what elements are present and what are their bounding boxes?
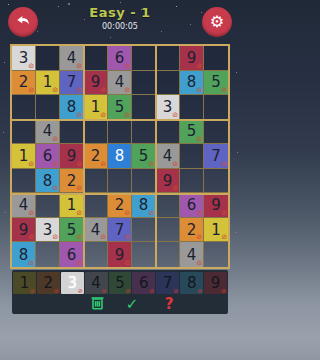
cell-digit: 7 [211,147,221,165]
cell-r9c2[interactable] [36,242,60,267]
cell-r4c1[interactable] [12,120,36,145]
numpad-1[interactable]: 1⊘ [13,272,36,294]
hint-button[interactable]: ? [162,296,176,312]
cell-r1c9[interactable] [204,46,228,71]
cell-r5c5[interactable]: 8 [108,144,132,169]
box-divider-vertical-1 [83,46,85,267]
cell-r4c7[interactable] [156,120,180,145]
cell-digit: 5 [139,147,149,165]
cell-r4c2[interactable]: 4⊘ [36,120,60,145]
cell-r6c1[interactable] [12,169,36,194]
numpad-count-icon: ⊘ [197,288,202,294]
cell-digit: 3 [19,49,29,67]
numpad-digit: 6 [139,274,149,292]
cell-digit: 6 [67,246,77,264]
cell-digit: 9 [211,196,221,214]
cell-r9c8[interactable]: 4⊘ [180,242,204,267]
cell-r2c6[interactable] [132,71,156,96]
numpad-count-icon: ⊘ [78,288,83,294]
cell-r1c8[interactable]: 9⊘ [180,46,204,71]
cell-r9c9[interactable] [204,242,228,267]
given-lock-icon: ⊘ [100,234,106,241]
numpad-6[interactable]: 6⊘ [132,272,155,294]
cell-digit: 7 [115,221,125,239]
cell-digit: 9 [91,73,101,91]
cell-r9c1[interactable]: 8⊘ [12,242,36,267]
cell-digit: 3 [163,98,173,116]
sudoku-grid: 3⊘4⊘6⊘9⊘2⊘1⊘7⊘9⊘4⊘8⊘5⊘8⊘1⊘5⊘3⊘4⊘5⊘1⊘6⊘9⊘… [12,46,228,267]
given-lock-icon: ⊘ [76,210,82,217]
cell-r3c7[interactable]: 3⊘ [156,95,180,120]
cell-r3c6[interactable] [132,95,156,120]
given-lock-icon: ⊘ [196,63,202,70]
given-lock-icon: ⊘ [221,161,227,168]
cell-r7c2[interactable] [36,193,60,218]
given-lock-icon: ⊘ [52,87,58,94]
cell-digit: 4 [187,246,197,264]
given-lock-icon: ⊘ [172,185,178,192]
given-lock-icon: ⊘ [196,260,202,267]
cell-digit: 9 [163,172,173,190]
cell-r4c9[interactable] [204,120,228,145]
given-lock-icon: ⊘ [221,87,227,94]
cell-r8c9[interactable]: 1⊘ [204,218,228,243]
given-lock-icon: ⊘ [148,210,154,217]
gear-icon: ⚙ [210,14,224,30]
cell-digit: 6 [43,147,53,165]
check-icon: ✓ [126,295,139,313]
box-divider-horizontal-2 [12,193,228,195]
cell-r6c6[interactable] [132,169,156,194]
given-lock-icon: ⊘ [28,161,34,168]
star [3,132,4,133]
cell-digit: 8 [67,98,77,116]
cell-r5c9[interactable]: 7⊘ [204,144,228,169]
cell-r2c5[interactable]: 4⊘ [108,71,132,96]
given-lock-icon: ⊘ [196,87,202,94]
cell-digit: 2 [187,221,197,239]
cell-r7c1[interactable]: 4⊘ [12,193,36,218]
cell-r6c5[interactable] [108,169,132,194]
numpad-3[interactable]: 3⊘ [61,272,84,294]
given-lock-icon: ⊘ [100,112,106,119]
cell-r4c6[interactable] [132,120,156,145]
given-lock-icon: ⊘ [172,161,178,168]
cell-r8c3[interactable]: 5⊘ [60,218,84,243]
cell-digit: 5 [115,98,125,116]
star [110,37,111,38]
given-lock-icon: ⊘ [100,161,106,168]
cell-r2c2[interactable]: 1⊘ [36,71,60,96]
numpad-count-icon: ⊘ [54,288,59,294]
given-lock-icon: ⊘ [28,210,34,217]
cell-r1c2[interactable] [36,46,60,71]
given-lock-icon: ⊘ [28,63,34,70]
cell-digit: 6 [187,196,197,214]
cell-r1c1[interactable]: 3⊘ [12,46,36,71]
cell-r2c1[interactable]: 2⊘ [12,71,36,96]
star [5,212,6,213]
cell-r8c5[interactable]: 7⊘ [108,218,132,243]
cell-r3c9[interactable] [204,95,228,120]
sudoku-app-screen: { "game": "Sudoku (color-coded digits mo… [0,0,240,360]
cell-r8c4[interactable]: 4⊘ [84,218,108,243]
cell-digit: 2 [115,196,125,214]
star [120,2,121,3]
numpad-digit: 7 [163,274,173,292]
cell-r5c2[interactable]: 6⊘ [36,144,60,169]
numpad-4[interactable]: 4⊘ [85,272,108,294]
cell-r5c8[interactable] [180,144,204,169]
numpad-count-icon: ⊘ [221,288,226,294]
settings-button[interactable]: ⚙ [202,7,232,37]
cell-digit: 1 [211,221,221,239]
numpad-count-icon: ⊘ [125,288,130,294]
given-lock-icon: ⊘ [196,210,202,217]
sudoku-board: 3⊘4⊘6⊘9⊘2⊘1⊘7⊘9⊘4⊘8⊘5⊘8⊘1⊘5⊘3⊘4⊘5⊘1⊘6⊘9⊘… [10,44,230,269]
given-lock-icon: ⊘ [196,234,202,241]
cell-digit: 8 [139,196,149,214]
cell-r2c3[interactable]: 7⊘ [60,71,84,96]
given-lock-icon: ⊘ [28,234,34,241]
cell-digit: 4 [43,122,53,140]
cell-digit: 4 [67,49,77,67]
cell-digit: 4 [91,221,101,239]
cell-r7c6[interactable]: 8⊘ [132,193,156,218]
numpad-count-icon: ⊘ [102,288,107,294]
question-icon: ? [165,295,174,313]
numpad-digit: 2 [44,274,54,292]
trash-icon [91,295,104,314]
given-lock-icon: ⊘ [124,260,130,267]
cell-r5c1[interactable]: 1⊘ [12,144,36,169]
cell-r1c5[interactable]: 6⊘ [108,46,132,71]
cell-r6c8[interactable] [180,169,204,194]
cell-digit: 4 [19,196,29,214]
cell-r7c5[interactable]: 2⊘ [108,193,132,218]
cell-r8c1[interactable]: 9⊘ [12,218,36,243]
star [236,72,237,73]
cell-r8c6[interactable] [132,218,156,243]
erase-button[interactable] [89,296,105,312]
numpad-7[interactable]: 7⊘ [156,272,179,294]
numpad-digit: 1 [20,274,30,292]
given-lock-icon: ⊘ [52,234,58,241]
cell-r7c7[interactable] [156,193,180,218]
numpad-8[interactable]: 8⊘ [180,272,203,294]
cell-digit: 9 [187,49,197,67]
cell-r3c5[interactable]: 5⊘ [108,95,132,120]
cell-r3c1[interactable] [12,95,36,120]
cell-r9c3[interactable]: 6⊘ [60,242,84,267]
cell-r7c4[interactable] [84,193,108,218]
cell-digit: 8 [19,246,29,264]
cell-digit: 1 [67,196,77,214]
star [236,232,237,233]
box-divider-horizontal-1 [12,119,228,121]
cell-r8c2[interactable]: 3⊘ [36,218,60,243]
cell-digit: 1 [43,73,53,91]
given-lock-icon: ⊘ [52,161,58,168]
star [4,62,5,63]
cell-digit: 5 [67,221,77,239]
check-button[interactable]: ✓ [124,296,140,312]
numpad-5[interactable]: 5⊘ [109,272,132,294]
numpad-count-icon: ⊘ [30,288,35,294]
numpad-digit: 4 [91,274,101,292]
star [161,31,162,32]
cell-digit: 9 [67,147,77,165]
given-lock-icon: ⊘ [221,234,227,241]
cell-r1c6[interactable] [132,46,156,71]
cell-digit: 8 [43,172,53,190]
cell-r7c3[interactable]: 1⊘ [60,193,84,218]
box-divider-vertical-2 [155,46,157,267]
cell-r6c7[interactable]: 9⊘ [156,169,180,194]
cell-r2c7[interactable] [156,71,180,96]
numpad-count-icon: ⊘ [173,288,178,294]
cell-r1c4[interactable] [84,46,108,71]
given-lock-icon: ⊘ [76,161,82,168]
given-lock-icon: ⊘ [52,136,58,143]
cell-r9c7[interactable] [156,242,180,267]
cell-digit: 6 [115,49,125,67]
cell-r5c4[interactable]: 2⊘ [84,144,108,169]
given-lock-icon: ⊘ [124,210,130,217]
cell-digit: 8 [187,73,197,91]
numpad-digit: 8 [187,274,197,292]
given-lock-icon: ⊘ [124,234,130,241]
cell-r4c4[interactable] [84,120,108,145]
given-lock-icon: ⊘ [124,87,130,94]
cell-r1c3[interactable]: 4⊘ [60,46,84,71]
numpad-digit: 3 [67,274,77,292]
cell-digit: 2 [19,73,29,91]
numpad-digit: 9 [211,274,221,292]
number-pad: 1⊘2⊘3⊘4⊘5⊘6⊘7⊘8⊘9⊘ [13,272,227,294]
cell-r7c8[interactable]: 6⊘ [180,193,204,218]
cell-digit: 4 [163,147,173,165]
cell-r5c3[interactable]: 9⊘ [60,144,84,169]
given-lock-icon: ⊘ [196,136,202,143]
given-lock-icon: ⊘ [124,63,130,70]
cell-r4c5[interactable] [108,120,132,145]
given-lock-icon: ⊘ [76,185,82,192]
given-lock-icon: ⊘ [221,210,227,217]
cell-r9c4[interactable] [84,242,108,267]
given-lock-icon: ⊘ [148,161,154,168]
given-lock-icon: ⊘ [76,63,82,70]
cell-digit: 5 [211,73,221,91]
given-lock-icon: ⊘ [76,234,82,241]
given-lock-icon: ⊘ [76,112,82,119]
numpad-2[interactable]: 2⊘ [37,272,60,294]
given-lock-icon: ⊘ [28,87,34,94]
cell-digit: 9 [115,246,125,264]
cell-r6c4[interactable] [84,169,108,194]
cell-digit: 4 [115,73,125,91]
cell-r1c7[interactable] [156,46,180,71]
cell-r3c4[interactable]: 1⊘ [84,95,108,120]
cell-digit: 3 [43,221,53,239]
numpad-count-icon: ⊘ [149,288,154,294]
numpad-9[interactable]: 9⊘ [204,272,227,294]
cell-r3c2[interactable] [36,95,60,120]
cell-r4c3[interactable] [60,120,84,145]
cell-r9c6[interactable] [132,242,156,267]
cell-digit: 1 [19,147,29,165]
cell-digit: 8 [115,147,125,165]
cell-r9c5[interactable]: 9⊘ [108,242,132,267]
cell-r8c8[interactable]: 2⊘ [180,218,204,243]
numpad-digit: 5 [115,274,125,292]
cell-r5c6[interactable]: 5⊘ [132,144,156,169]
cell-r7c9[interactable]: 9⊘ [204,193,228,218]
cell-r3c3[interactable]: 8⊘ [60,95,84,120]
cell-r6c2[interactable]: 8⊘ [36,169,60,194]
cell-digit: 1 [91,98,101,116]
cell-digit: 5 [187,122,197,140]
given-lock-icon: ⊘ [28,260,34,267]
cell-r5c7[interactable]: 4⊘ [156,144,180,169]
cell-r2c4[interactable]: 9⊘ [84,71,108,96]
cell-r2c8[interactable]: 8⊘ [180,71,204,96]
given-lock-icon: ⊘ [100,87,106,94]
bottom-panel: 1⊘2⊘3⊘4⊘5⊘6⊘7⊘8⊘9⊘ ✓ ? [12,270,228,314]
cell-r2c9[interactable]: 5⊘ [204,71,228,96]
given-lock-icon: ⊘ [52,185,58,192]
cell-digit: 9 [19,221,29,239]
cell-r8c7[interactable] [156,218,180,243]
given-lock-icon: ⊘ [172,112,178,119]
cell-digit: 2 [91,147,101,165]
cell-r6c3[interactable]: 2⊘ [60,169,84,194]
cell-digit: 7 [67,73,77,91]
given-lock-icon: ⊘ [124,112,130,119]
given-lock-icon: ⊘ [76,260,82,267]
cell-r4c8[interactable]: 5⊘ [180,120,204,145]
cell-r3c8[interactable] [180,95,204,120]
star [37,31,38,32]
given-lock-icon: ⊘ [76,87,82,94]
star [237,152,238,153]
cell-r6c9[interactable] [204,169,228,194]
cell-digit: 2 [67,172,77,190]
